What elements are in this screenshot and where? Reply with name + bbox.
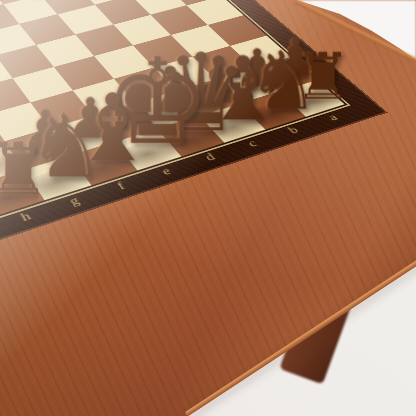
white-pawn[interactable]: ♟ xyxy=(22,0,52,17)
black-rook[interactable]: ♜ xyxy=(0,133,51,205)
white-pawn[interactable]: ♟ xyxy=(0,0,13,27)
chess-table-photo: ♜♞♝♚♛♝♞♜♟♟♟♟♟♟♟♟♟♟♟♟♟♟♟♟♜♞♝♚♛♝♞♜ hgfedcb… xyxy=(0,0,416,416)
white-pawn[interactable]: ♟ xyxy=(60,0,89,8)
